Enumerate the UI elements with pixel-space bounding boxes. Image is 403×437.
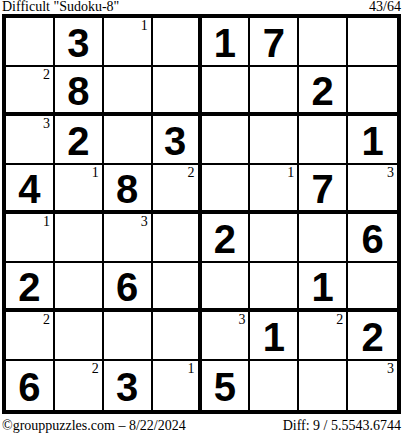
cell-r2c2[interactable]: 8 bbox=[55, 67, 104, 116]
corner-mark: 1 bbox=[188, 361, 195, 376]
given-digit: 5 bbox=[214, 367, 236, 407]
cell-r4c1[interactable]: 4 bbox=[6, 165, 55, 214]
cell-r1c6[interactable]: 7 bbox=[250, 18, 299, 67]
cell-r2c6[interactable] bbox=[250, 67, 299, 116]
cell-r6c2[interactable] bbox=[55, 263, 104, 312]
cell-r7c2[interactable] bbox=[55, 312, 104, 361]
given-digit: 3 bbox=[164, 121, 186, 161]
corner-mark: 1 bbox=[43, 214, 50, 229]
cell-r1c3[interactable]: 1 bbox=[104, 18, 153, 67]
puzzle-title: Difficult "Sudoku-8" bbox=[2, 0, 119, 14]
cell-r2c1[interactable]: 2 bbox=[6, 67, 55, 116]
progress-counter: 43/64 bbox=[369, 0, 401, 14]
cell-r3c6[interactable] bbox=[250, 116, 299, 165]
cell-r3c7[interactable] bbox=[299, 116, 348, 165]
corner-mark: 3 bbox=[43, 116, 50, 131]
cell-r7c8[interactable]: 2 bbox=[348, 312, 397, 361]
cell-r6c6[interactable] bbox=[250, 263, 299, 312]
header: Difficult "Sudoku-8" 43/64 bbox=[2, 0, 401, 14]
cell-r3c4[interactable]: 3 bbox=[153, 116, 202, 165]
corner-mark: 1 bbox=[141, 18, 148, 33]
corner-mark: 2 bbox=[336, 312, 343, 327]
cell-r4c7[interactable]: 7 bbox=[299, 165, 348, 214]
cell-r7c4[interactable] bbox=[153, 312, 202, 361]
cell-r2c5[interactable] bbox=[202, 67, 251, 116]
copyright-text: ©grouppuzzles.com – 8/22/2024 bbox=[2, 417, 186, 435]
corner-mark: 1 bbox=[92, 165, 99, 180]
corner-mark: 2 bbox=[43, 67, 50, 82]
cell-r8c4[interactable]: 1 bbox=[153, 361, 202, 410]
given-digit: 2 bbox=[18, 267, 40, 307]
cell-r6c3[interactable]: 6 bbox=[104, 263, 153, 312]
cell-r7c7[interactable]: 2 bbox=[299, 312, 348, 361]
cell-r5c8[interactable]: 6 bbox=[348, 214, 397, 263]
given-digit: 6 bbox=[116, 267, 138, 307]
cell-r3c1[interactable]: 3 bbox=[6, 116, 55, 165]
sudoku-page: Difficult "Sudoku-8" 43/64 3117282323141… bbox=[0, 0, 403, 437]
cell-r8c2[interactable]: 2 bbox=[55, 361, 104, 410]
given-digit: 2 bbox=[312, 71, 334, 111]
cell-r8c5[interactable]: 5 bbox=[202, 361, 251, 410]
given-digit: 7 bbox=[312, 169, 334, 209]
cell-r6c4[interactable] bbox=[153, 263, 202, 312]
given-digit: 2 bbox=[214, 219, 236, 259]
corner-mark: 2 bbox=[188, 165, 195, 180]
cell-r1c1[interactable] bbox=[6, 18, 55, 67]
cell-r3c5[interactable] bbox=[202, 116, 251, 165]
cell-r6c1[interactable]: 2 bbox=[6, 263, 55, 312]
cell-r8c8[interactable]: 3 bbox=[348, 361, 397, 410]
cell-r8c7[interactable] bbox=[299, 361, 348, 410]
corner-mark: 2 bbox=[92, 361, 99, 376]
corner-mark: 3 bbox=[387, 361, 394, 376]
cell-r5c6[interactable] bbox=[250, 214, 299, 263]
cell-r2c8[interactable] bbox=[348, 67, 397, 116]
cell-r2c4[interactable] bbox=[153, 67, 202, 116]
cell-r3c8[interactable]: 1 bbox=[348, 116, 397, 165]
sudoku-board: 311728232314182173132626123122623153 bbox=[2, 14, 401, 414]
given-digit: 2 bbox=[67, 121, 89, 161]
cell-r4c6[interactable]: 1 bbox=[250, 165, 299, 214]
given-digit: 3 bbox=[67, 23, 89, 63]
given-digit: 6 bbox=[361, 219, 383, 259]
cell-r1c2[interactable]: 3 bbox=[55, 18, 104, 67]
cell-r8c1[interactable]: 6 bbox=[6, 361, 55, 410]
cell-r7c5[interactable]: 3 bbox=[202, 312, 251, 361]
given-digit: 2 bbox=[361, 317, 383, 357]
cell-r1c8[interactable] bbox=[348, 18, 397, 67]
cell-r5c4[interactable] bbox=[153, 214, 202, 263]
cell-r6c8[interactable] bbox=[348, 263, 397, 312]
given-digit: 7 bbox=[263, 23, 285, 63]
given-digit: 1 bbox=[214, 23, 236, 63]
cell-r4c8[interactable]: 3 bbox=[348, 165, 397, 214]
given-digit: 3 bbox=[116, 367, 138, 407]
cell-r1c4[interactable] bbox=[153, 18, 202, 67]
cell-r4c5[interactable] bbox=[202, 165, 251, 214]
cell-r4c4[interactable]: 2 bbox=[153, 165, 202, 214]
corner-mark: 2 bbox=[43, 312, 50, 327]
cell-r8c6[interactable] bbox=[250, 361, 299, 410]
given-digit: 1 bbox=[312, 267, 334, 307]
cell-r2c7[interactable]: 2 bbox=[299, 67, 348, 116]
cell-r2c3[interactable] bbox=[104, 67, 153, 116]
cell-r4c3[interactable]: 8 bbox=[104, 165, 153, 214]
cell-r5c2[interactable] bbox=[55, 214, 104, 263]
cell-r1c7[interactable] bbox=[299, 18, 348, 67]
cell-r3c3[interactable] bbox=[104, 116, 153, 165]
given-digit: 8 bbox=[116, 169, 138, 209]
given-digit: 1 bbox=[263, 317, 285, 357]
cell-r6c7[interactable]: 1 bbox=[299, 263, 348, 312]
given-digit: 8 bbox=[67, 71, 89, 111]
corner-mark: 3 bbox=[238, 312, 245, 327]
corner-mark: 1 bbox=[287, 165, 294, 180]
cell-r5c7[interactable] bbox=[299, 214, 348, 263]
cell-r1c5[interactable]: 1 bbox=[202, 18, 251, 67]
difficulty-text: Diff: 9 / 5.5543.6744 bbox=[283, 417, 401, 435]
cell-r5c5[interactable]: 2 bbox=[202, 214, 251, 263]
footer: ©grouppuzzles.com – 8/22/2024 Diff: 9 / … bbox=[2, 417, 401, 435]
cell-r3c2[interactable]: 2 bbox=[55, 116, 104, 165]
corner-mark: 3 bbox=[141, 214, 148, 229]
given-digit: 6 bbox=[18, 367, 40, 407]
cell-r8c3[interactable]: 3 bbox=[104, 361, 153, 410]
corner-mark: 3 bbox=[387, 165, 394, 180]
cell-r7c3[interactable] bbox=[104, 312, 153, 361]
cell-r6c5[interactable] bbox=[202, 263, 251, 312]
given-digit: 1 bbox=[361, 121, 383, 161]
cell-r7c6[interactable]: 1 bbox=[250, 312, 299, 361]
cell-r5c3[interactable]: 3 bbox=[104, 214, 153, 263]
cell-r4c2[interactable]: 1 bbox=[55, 165, 104, 214]
cell-r5c1[interactable]: 1 bbox=[6, 214, 55, 263]
cell-r7c1[interactable]: 2 bbox=[6, 312, 55, 361]
given-digit: 4 bbox=[18, 169, 40, 209]
